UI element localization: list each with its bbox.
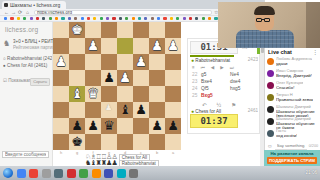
avatar — [267, 130, 274, 137]
emoji-icon[interactable]: ☺ — [267, 143, 273, 149]
bookmark-favicon[interactable] — [17, 17, 20, 20]
chat-text: Спасибо! — [276, 86, 303, 91]
square-a7[interactable]: ♟ — [165, 118, 181, 134]
piece-black-bishop: ♝ — [117, 102, 133, 118]
square-a8[interactable] — [165, 134, 181, 150]
bookmark-favicon[interactable] — [138, 17, 141, 20]
bookmark-favicon[interactable] — [125, 17, 128, 20]
piece-black-pawn: ♟ — [149, 118, 165, 134]
square-a3[interactable] — [165, 54, 181, 70]
square-b6[interactable] — [149, 102, 165, 118]
bookmark-favicon[interactable] — [170, 17, 173, 20]
square-f8[interactable] — [85, 134, 101, 150]
square-d7[interactable] — [117, 118, 133, 134]
bookmark-favicon[interactable] — [163, 17, 166, 20]
file-label: g — [69, 150, 85, 155]
taskbar-app-icon[interactable] — [129, 169, 138, 178]
chat-menu-icon[interactable]: ⋮ — [312, 48, 318, 55]
square-d8[interactable] — [117, 134, 133, 150]
game-type-icon: ♞ — [3, 39, 10, 48]
bookmark-favicon[interactable] — [30, 17, 33, 20]
bookmark-favicon[interactable] — [4, 17, 7, 20]
taskbar-app-icon[interactable] — [17, 169, 26, 178]
bookmark-favicon[interactable] — [81, 17, 84, 20]
toggle-button[interactable]: Скрыть — [30, 78, 50, 86]
taskbar-app-icon[interactable] — [42, 169, 51, 178]
game-meta-line1: 3+0 • БЛИЦ • РЕЙТИНГОВАЯ — [13, 39, 53, 44]
bookmark-favicon[interactable] — [112, 17, 115, 20]
square-f1[interactable] — [85, 22, 101, 38]
square-g4[interactable] — [69, 70, 85, 86]
bookmark-favicon[interactable] — [195, 17, 198, 20]
piece-white-pawn: ♟ — [165, 38, 181, 54]
square-b5[interactable] — [149, 86, 165, 102]
square-h2[interactable] — [53, 38, 69, 54]
piece-black-pawn: ♟ — [69, 118, 85, 134]
file-label: a — [165, 150, 181, 155]
lichess-sidebar: lichess.org ♞ 3+0 • БЛИЦ • РЕЙТИНГОВАЯ Р… — [0, 22, 53, 166]
piece-black-king: ♚ — [69, 134, 85, 150]
avatar — [267, 106, 274, 113]
chat-message: Гостьход конём! — [267, 129, 320, 141]
square-g5[interactable]: ♝ — [69, 86, 85, 102]
move-cell[interactable]: 23 — [192, 79, 201, 85]
white-color-icon: ○ — [3, 56, 6, 61]
square-f5[interactable]: ♛ — [85, 86, 101, 102]
chat-message: Олег КузнецовСпасибо! — [267, 81, 320, 93]
piece-black-pawn: ♟ — [133, 102, 149, 118]
streamer-hair — [254, 6, 275, 15]
bookmark-favicon[interactable] — [176, 17, 179, 20]
bookmark-favicon[interactable] — [208, 17, 211, 20]
black-color-icon: ● — [3, 63, 6, 68]
chat-input-row: ☺ 0/200 ➤ — [267, 141, 319, 150]
square-g7[interactable]: ♟ — [69, 118, 85, 134]
next-move-icon[interactable]: ▶ — [220, 65, 223, 70]
chat-text: удачи — [276, 62, 312, 67]
tab-favicon — [4, 3, 8, 7]
piece-white-pawn: ♟ — [117, 70, 133, 86]
square-e2[interactable] — [101, 38, 117, 54]
square-h7[interactable] — [53, 118, 69, 134]
square-f2[interactable]: ♟ — [85, 38, 101, 54]
start-button[interactable] — [3, 168, 13, 178]
bookmark-favicon[interactable] — [49, 17, 52, 20]
tab-title: Шахматы • lichess.org — [10, 2, 60, 8]
bookmark-favicon[interactable] — [42, 17, 45, 20]
glasses-bridge — [262, 19, 265, 20]
bookmark-favicon[interactable] — [74, 17, 77, 20]
opponent-rating: 2423 — [248, 57, 258, 63]
donation-panel: На развитие канала ПОДДЕРЖАТЬ СТРИМ — [264, 150, 320, 166]
piece-black-pawn: ♟ — [165, 118, 181, 134]
avatar — [267, 94, 274, 101]
taskbar-app-icon[interactable] — [54, 169, 63, 178]
piece-white-bishop: ♝ — [69, 86, 85, 102]
first-move-icon[interactable]: ⏮ — [201, 65, 205, 70]
bookmark-favicon[interactable] — [61, 17, 64, 20]
piece-white-pawn: ♟ — [85, 38, 101, 54]
sidebar-chat-input[interactable] — [2, 151, 49, 158]
chat-message: Тигран НПравильный зевок — [267, 93, 320, 105]
square-e4[interactable]: ♟ — [101, 70, 117, 86]
move-list: 22g5Ne423Bxe4dxe424Qf5hxg525Bxg5 — [192, 72, 258, 99]
move-cell[interactable]: Bxg5 — [201, 93, 230, 99]
square-f3[interactable] — [85, 54, 101, 70]
square-h6[interactable] — [53, 102, 69, 118]
square-e1[interactable] — [101, 22, 117, 38]
chat-message: Шахматы ДмитрийШахматы обучение (весёлые… — [267, 105, 320, 117]
taskbar: 21:06 — [0, 166, 320, 180]
square-a6[interactable] — [165, 102, 181, 118]
panel-player-top[interactable]: ● Rabotnebhanviat 2423 — [191, 57, 258, 63]
file-label: b — [149, 150, 165, 155]
square-c2[interactable] — [133, 38, 149, 54]
square-e8[interactable] — [101, 134, 117, 150]
square-f7[interactable]: ♟ — [85, 118, 101, 134]
online-dot-icon: ● — [191, 57, 194, 63]
glasses-icon — [264, 18, 270, 22]
chat-message: Иван СмирновВперёд, Дмитрий! — [267, 69, 320, 81]
square-d6[interactable]: ♝ — [117, 102, 133, 118]
square-c3[interactable]: ♟ — [133, 54, 149, 70]
bookmark-favicon[interactable] — [23, 17, 26, 20]
piece-black-pawn: ♟ — [85, 118, 101, 134]
square-d4[interactable]: ♟ — [117, 70, 133, 86]
file-label: h — [53, 150, 69, 155]
webcam-shadow — [306, 2, 320, 48]
donate-button[interactable]: ПОДДЕРЖАТЬ СТРИМ — [267, 157, 317, 164]
donation-header: На развитие канала — [264, 151, 320, 156]
square-b8[interactable] — [149, 134, 165, 150]
reload-icon[interactable]: ⟳ — [18, 9, 22, 16]
taskbar-clock: 21:06 — [306, 166, 318, 180]
taskbar-app-icon[interactable] — [29, 169, 38, 178]
square-a5[interactable] — [165, 86, 181, 102]
prev-move-icon[interactable]: ◀ — [211, 65, 214, 70]
back-icon[interactable]: ← — [4, 9, 9, 16]
player-rating: 2461 — [248, 108, 258, 114]
piece-white-pawn: ♟ — [149, 38, 165, 54]
bookmark-favicon[interactable] — [157, 17, 160, 20]
square-h1[interactable] — [53, 22, 69, 38]
bookmark-favicon[interactable] — [132, 17, 135, 20]
piece-white-pawn: ♟ — [53, 54, 69, 70]
chat-text: ход конём! — [276, 134, 297, 139]
square-a1[interactable] — [165, 22, 181, 38]
bookmark-favicon[interactable] — [87, 17, 90, 20]
bookmark-favicon[interactable] — [151, 17, 154, 20]
square-h3[interactable]: ♟ — [53, 54, 69, 70]
square-c7[interactable] — [133, 118, 149, 134]
square-h4[interactable] — [53, 70, 69, 86]
taskbar-app-icon[interactable] — [92, 169, 101, 178]
avatar — [267, 118, 274, 125]
square-a4[interactable] — [165, 70, 181, 86]
taskbar-app-icon[interactable] — [67, 169, 76, 178]
sidebar-toggle-row: ☑ Показывать ходы Скрыть — [3, 77, 50, 85]
bookmark-favicon[interactable] — [202, 17, 205, 20]
square-h5[interactable] — [53, 86, 69, 102]
square-d5[interactable] — [117, 86, 133, 102]
sidebar-player-black[interactable]: ● Chess for All (2461) — [3, 63, 52, 68]
square-e5[interactable] — [101, 86, 117, 102]
square-d3[interactable] — [117, 54, 133, 70]
bookmark-favicon[interactable] — [68, 17, 71, 20]
square-g8[interactable]: ♚ — [69, 134, 85, 150]
square-h8[interactable] — [53, 134, 69, 150]
square-e6[interactable]: ♟ — [101, 102, 117, 118]
square-f6[interactable] — [85, 102, 101, 118]
square-b2[interactable]: ♟ — [149, 38, 165, 54]
avatar — [267, 70, 274, 77]
avatar — [267, 58, 274, 65]
taskbar-app-icon[interactable] — [104, 169, 113, 178]
square-b1[interactable] — [149, 22, 165, 38]
home-icon[interactable]: ⌂ — [26, 9, 29, 16]
square-d2[interactable] — [117, 38, 133, 54]
bookmark-favicon[interactable] — [183, 17, 186, 20]
move-cell[interactable]: Qf5 — [201, 86, 230, 92]
square-c5[interactable] — [133, 86, 149, 102]
piece-white-king: ♚ — [69, 22, 85, 38]
char-counter: 0/200 — [309, 144, 319, 148]
ghost-piece: ♟ — [105, 104, 112, 112]
move-cell[interactable]: hxg5 — [230, 86, 258, 92]
lichess-logo[interactable]: lichess.org — [5, 26, 38, 33]
bookmark-favicon[interactable] — [100, 17, 103, 20]
square-g6[interactable] — [69, 102, 85, 118]
square-c4[interactable] — [133, 70, 149, 86]
board: ♚♟♟♟♟♟♟♟♝♛♟♝♟♟♟♛♟♟♚ — [53, 22, 181, 150]
square-d1[interactable] — [117, 22, 133, 38]
square-g1[interactable]: ♚ — [69, 22, 85, 38]
bookmark-favicon[interactable] — [36, 17, 39, 20]
piece-white-pawn: ♟ — [133, 54, 149, 70]
webcam-overlay — [218, 2, 320, 48]
square-a2[interactable]: ♟ — [165, 38, 181, 54]
live-chat-header: Live chat — [268, 49, 318, 55]
square-c1[interactable] — [133, 22, 149, 38]
avatar — [267, 82, 274, 89]
bookmark-favicon[interactable] — [55, 17, 58, 20]
piece-black-pawn: ♟ — [101, 70, 117, 86]
move-cell[interactable]: g5 — [201, 72, 230, 78]
square-f4[interactable] — [85, 70, 101, 86]
game-meta-line2: Рейтинговая партия — [13, 45, 53, 50]
square-c8[interactable] — [133, 134, 149, 150]
game-panel: 01:51 ❐ ● Rabotnebhanviat 2423 ≡⏮◀▶⏭ 22g… — [187, 38, 260, 134]
chat-text: Шахматы обучение (весёлые уроки) — [276, 110, 320, 118]
piece-black-queen: ♛ — [101, 118, 117, 134]
chat-text: Вперёд, Дмитрий! — [276, 74, 312, 79]
bookmark-favicon[interactable] — [189, 17, 192, 20]
move-cell[interactable]: Ne4 — [230, 72, 258, 78]
square-b7[interactable]: ♟ — [149, 118, 165, 134]
bookmark-favicon[interactable] — [93, 17, 96, 20]
chat-input[interactable] — [275, 141, 307, 150]
bookmark-favicon[interactable] — [10, 17, 13, 20]
square-c6[interactable]: ♟ — [133, 102, 149, 118]
last-move-icon[interactable]: ⏭ — [230, 65, 234, 70]
bookmark-favicon[interactable] — [144, 17, 147, 20]
move-cell[interactable]: Bxe4 — [201, 79, 230, 85]
move-nav: ≡⏮◀▶⏭ — [192, 65, 256, 70]
address-bar[interactable]: https://lichess.org — [34, 10, 212, 15]
sidebar-player-white[interactable]: ○ Rabotnebhanviat (2423) — [3, 56, 52, 61]
chat-messages: Любовь АндреевнаудачиИван СмирновВперёд,… — [267, 57, 320, 141]
player-clock-active: 01:37 — [190, 114, 238, 128]
move-cell[interactable] — [230, 93, 258, 99]
taskbar-app-icon[interactable] — [117, 169, 126, 178]
chat-message: Любовь Андреевнаудачи — [267, 57, 320, 69]
square-e7[interactable]: ♛ — [101, 118, 117, 134]
piece-white-queen: ♛ — [85, 86, 101, 102]
square-e3[interactable] — [101, 54, 117, 70]
move-cell[interactable]: dxe4 — [230, 79, 258, 85]
bookmark-favicon[interactable] — [106, 17, 109, 20]
square-g3[interactable] — [69, 54, 85, 70]
taskbar-app-icon[interactable] — [79, 169, 88, 178]
chat-message: Шахматы ДмитрийШахматы обучение не будем — [267, 117, 320, 129]
chat-text: Шахматы обучение не будем — [276, 122, 320, 130]
square-g2[interactable] — [69, 38, 85, 54]
square-b4[interactable] — [149, 70, 165, 86]
streamer-shirt — [236, 30, 294, 48]
analysis-icon[interactable]: ≡ — [192, 65, 195, 70]
move-cell[interactable]: 25 — [192, 93, 201, 99]
bookmark-favicon[interactable] — [119, 17, 122, 20]
square-b3[interactable] — [149, 54, 165, 70]
forward-icon[interactable]: → — [11, 9, 16, 16]
move-cell[interactable]: 22 — [192, 72, 201, 78]
chat-text: Правильный зевок — [276, 98, 313, 103]
browser-tab[interactable]: Шахматы • lichess.org — [2, 1, 66, 9]
move-cell[interactable]: 24 — [192, 86, 201, 92]
